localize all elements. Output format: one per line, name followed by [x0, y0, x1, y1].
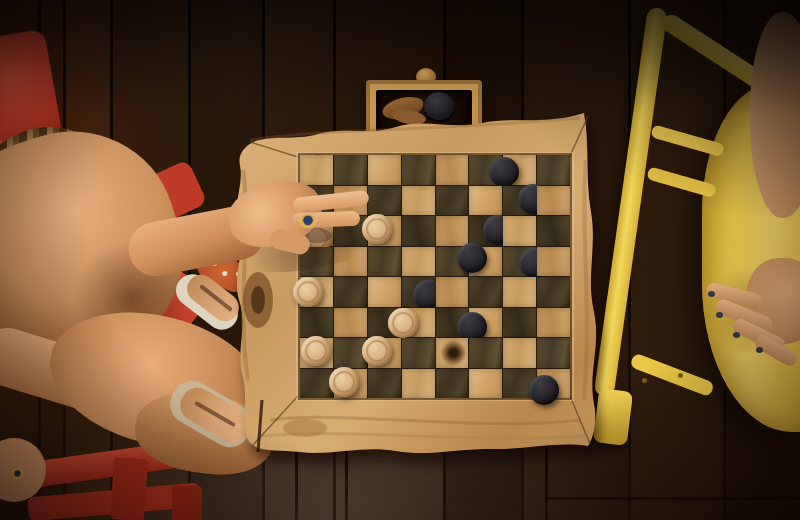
square-2-4[interactable]	[436, 216, 469, 246]
square-2-7[interactable]	[537, 216, 570, 246]
square-3-3[interactable]	[402, 247, 435, 277]
square-0-3[interactable]	[402, 155, 435, 185]
square-6-0[interactable]	[300, 338, 333, 368]
square-0-7[interactable]	[537, 155, 570, 185]
square-2-2[interactable]	[368, 216, 401, 246]
plank-seam	[345, 435, 348, 520]
square-1-2[interactable]	[368, 186, 401, 216]
square-4-1[interactable]	[334, 277, 367, 307]
painted-nail	[716, 312, 723, 318]
light-piece[interactable]	[362, 214, 392, 244]
scene	[0, 0, 800, 520]
square-7-4[interactable]	[436, 369, 469, 399]
square-6-2[interactable]	[368, 338, 401, 368]
square-2-6[interactable]	[503, 216, 536, 246]
square-6-3[interactable]	[402, 338, 435, 368]
square-3-2[interactable]	[368, 247, 401, 277]
toe	[237, 414, 248, 425]
square-5-6[interactable]	[503, 308, 536, 338]
square-4-2[interactable]	[368, 277, 401, 307]
screw-icon	[678, 373, 683, 378]
square-5-0[interactable]	[300, 308, 333, 338]
square-0-1[interactable]	[334, 155, 367, 185]
painted-nail	[733, 332, 740, 338]
painted-nail	[756, 347, 763, 353]
toe	[228, 402, 239, 413]
square-2-0[interactable]	[300, 216, 333, 246]
square-4-3[interactable]	[402, 277, 435, 307]
square-5-5[interactable]	[469, 308, 502, 338]
piece-drawer[interactable]	[366, 68, 482, 140]
square-0-6[interactable]	[503, 155, 536, 185]
red-chair-leg	[110, 457, 148, 520]
plank-end-seam	[545, 497, 800, 500]
yellow-chair-foot	[593, 388, 633, 446]
light-piece[interactable]	[301, 336, 331, 366]
square-0-0[interactable]	[300, 155, 333, 185]
square-4-6[interactable]	[503, 277, 536, 307]
square-4-5[interactable]	[469, 277, 502, 307]
square-1-0[interactable]	[300, 186, 333, 216]
square-7-7[interactable]	[537, 369, 570, 399]
square-1-3[interactable]	[402, 186, 435, 216]
dark-piece[interactable]	[529, 375, 559, 405]
square-7-1[interactable]	[334, 369, 367, 399]
square-1-1[interactable]	[334, 186, 367, 216]
square-5-1[interactable]	[334, 308, 367, 338]
square-0-2[interactable]	[368, 155, 401, 185]
square-1-5[interactable]	[469, 186, 502, 216]
square-7-5[interactable]	[469, 369, 502, 399]
dark-piece[interactable]	[457, 243, 487, 273]
light-piece[interactable]	[362, 336, 392, 366]
light-piece[interactable]	[329, 367, 359, 397]
square-6-5[interactable]	[469, 338, 502, 368]
tray-dark-piece[interactable]	[424, 92, 454, 120]
square-4-4[interactable]	[436, 277, 469, 307]
square-4-7[interactable]	[537, 277, 570, 307]
square-3-0[interactable]	[300, 247, 333, 277]
square-5-7[interactable]	[537, 308, 570, 338]
square-1-4[interactable]	[436, 186, 469, 216]
light-piece[interactable]	[388, 308, 418, 338]
plank-seam	[545, 435, 548, 520]
square-6-7[interactable]	[537, 338, 570, 368]
square-0-4[interactable]	[436, 155, 469, 185]
square-6-6[interactable]	[503, 338, 536, 368]
ring-icon	[12, 468, 23, 479]
square-3-6[interactable]	[503, 247, 536, 277]
square-2-3[interactable]	[402, 216, 435, 246]
square-2-5[interactable]	[469, 216, 502, 246]
dark-piece[interactable]	[489, 157, 519, 187]
light-piece[interactable]	[293, 277, 323, 307]
checkers-board[interactable]	[300, 155, 570, 398]
square-1-6[interactable]	[503, 186, 536, 216]
square-5-3[interactable]	[402, 308, 435, 338]
screw-icon	[642, 378, 647, 383]
plank-seam	[295, 435, 298, 520]
square-4-0[interactable]	[300, 277, 333, 307]
red-chair-leg	[172, 486, 202, 520]
toe	[241, 427, 252, 438]
square-3-1[interactable]	[334, 247, 367, 277]
square-3-5[interactable]	[469, 247, 502, 277]
square-3-7[interactable]	[537, 247, 570, 277]
square-7-3[interactable]	[402, 369, 435, 399]
square-6-4[interactable]	[436, 338, 469, 368]
painted-nail	[708, 291, 715, 297]
square-7-0[interactable]	[300, 369, 333, 399]
square-1-7[interactable]	[537, 186, 570, 216]
square-7-2[interactable]	[368, 369, 401, 399]
